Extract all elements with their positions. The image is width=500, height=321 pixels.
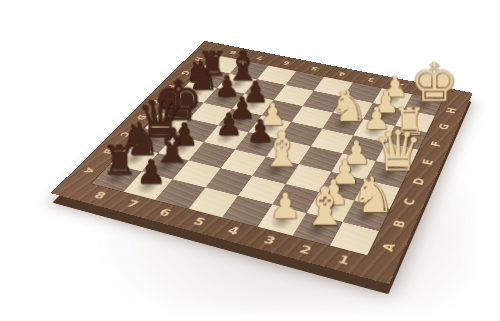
piece-black-pawn[interactable]: ♟ [212, 111, 245, 137]
piece-white-knight[interactable]: ♞ [350, 174, 388, 216]
piece-white-bishop[interactable]: ♝ [301, 185, 340, 230]
piece-white-knight[interactable]: ♞ [329, 88, 362, 124]
piece-black-rook[interactable]: ♜ [101, 144, 137, 178]
piece-white-bishop[interactable]: ♝ [261, 130, 296, 171]
piece-white-pawn[interactable]: ♟ [266, 191, 304, 221]
product-photo-stage: ABCDEFGH ABCDEFGH 87654321 87654321 ♜♞♛♚… [0, 0, 500, 321]
piece-black-pawn[interactable]: ♟ [133, 158, 169, 186]
